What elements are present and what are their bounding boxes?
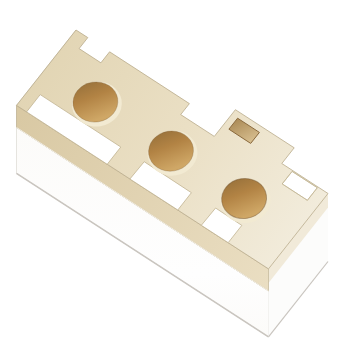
terminal-block-photo (0, 0, 350, 350)
product-photo-stage (0, 0, 350, 350)
